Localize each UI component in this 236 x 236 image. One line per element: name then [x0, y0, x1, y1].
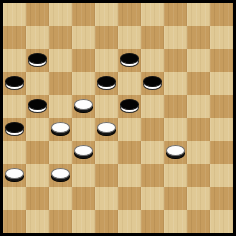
square-25[interactable] [210, 95, 233, 118]
square-49[interactable] [141, 210, 164, 233]
light-square [26, 72, 49, 95]
black-piece[interactable] [120, 99, 139, 114]
light-square [141, 141, 164, 164]
light-square [187, 95, 210, 118]
square-40[interactable] [187, 164, 210, 187]
piece-top [97, 76, 116, 87]
light-square [72, 72, 95, 95]
square-20[interactable] [187, 72, 210, 95]
light-square [49, 49, 72, 72]
square-13[interactable] [118, 49, 141, 72]
square-17[interactable] [49, 72, 72, 95]
piece-top [97, 122, 116, 133]
square-41[interactable] [26, 187, 49, 210]
square-34[interactable] [164, 141, 187, 164]
black-piece[interactable] [28, 53, 47, 68]
square-48[interactable] [95, 210, 118, 233]
square-32[interactable] [72, 141, 95, 164]
light-square [187, 3, 210, 26]
square-8[interactable] [95, 26, 118, 49]
piece-top [74, 99, 93, 110]
white-piece[interactable] [74, 145, 93, 160]
light-square [49, 141, 72, 164]
light-square [210, 118, 233, 141]
light-square [187, 49, 210, 72]
square-3[interactable] [118, 3, 141, 26]
light-square [141, 49, 164, 72]
square-4[interactable] [164, 3, 187, 26]
light-square [95, 187, 118, 210]
piece-top [28, 99, 47, 110]
board-frame [0, 0, 236, 236]
square-12[interactable] [72, 49, 95, 72]
light-square [187, 187, 210, 210]
piece-top [51, 122, 70, 133]
square-47[interactable] [49, 210, 72, 233]
light-square [141, 95, 164, 118]
light-square [210, 164, 233, 187]
square-24[interactable] [164, 95, 187, 118]
light-square [72, 210, 95, 233]
light-square [118, 118, 141, 141]
light-square [72, 164, 95, 187]
piece-top [28, 53, 47, 64]
white-piece[interactable] [166, 145, 185, 160]
black-piece[interactable] [5, 122, 24, 137]
light-square [49, 95, 72, 118]
square-37[interactable] [49, 164, 72, 187]
white-piece[interactable] [5, 168, 24, 183]
black-piece[interactable] [143, 76, 162, 91]
light-square [3, 141, 26, 164]
light-square [26, 210, 49, 233]
square-7[interactable] [49, 26, 72, 49]
square-2[interactable] [72, 3, 95, 26]
light-square [164, 164, 187, 187]
light-square [164, 26, 187, 49]
square-36[interactable] [3, 164, 26, 187]
black-piece[interactable] [120, 53, 139, 68]
square-33[interactable] [118, 141, 141, 164]
piece-top [120, 53, 139, 64]
light-square [164, 118, 187, 141]
white-piece[interactable] [74, 99, 93, 114]
square-45[interactable] [210, 187, 233, 210]
light-square [3, 95, 26, 118]
square-46[interactable] [3, 210, 26, 233]
square-43[interactable] [118, 187, 141, 210]
square-27[interactable] [49, 118, 72, 141]
light-square [210, 26, 233, 49]
square-14[interactable] [164, 49, 187, 72]
square-50[interactable] [187, 210, 210, 233]
light-square [95, 95, 118, 118]
light-square [164, 72, 187, 95]
light-square [3, 3, 26, 26]
square-6[interactable] [3, 26, 26, 49]
light-square [95, 141, 118, 164]
square-11[interactable] [26, 49, 49, 72]
piece-top [166, 145, 185, 156]
black-piece[interactable] [28, 99, 47, 114]
white-piece[interactable] [97, 122, 116, 137]
light-square [210, 72, 233, 95]
light-square [141, 3, 164, 26]
light-square [141, 187, 164, 210]
light-square [118, 26, 141, 49]
light-square [26, 118, 49, 141]
light-square [118, 210, 141, 233]
square-23[interactable] [118, 95, 141, 118]
white-piece[interactable] [51, 168, 70, 183]
square-42[interactable] [72, 187, 95, 210]
square-44[interactable] [164, 187, 187, 210]
light-square [164, 210, 187, 233]
light-square [72, 118, 95, 141]
light-square [118, 72, 141, 95]
square-39[interactable] [141, 164, 164, 187]
piece-top [5, 76, 24, 87]
light-square [95, 3, 118, 26]
square-10[interactable] [187, 26, 210, 49]
square-21[interactable] [26, 95, 49, 118]
light-square [95, 49, 118, 72]
square-5[interactable] [210, 3, 233, 26]
white-piece[interactable] [51, 122, 70, 137]
square-9[interactable] [141, 26, 164, 49]
square-38[interactable] [95, 164, 118, 187]
light-square [26, 164, 49, 187]
square-15[interactable] [210, 49, 233, 72]
light-square [210, 210, 233, 233]
light-square [49, 187, 72, 210]
square-31[interactable] [26, 141, 49, 164]
light-square [26, 26, 49, 49]
square-30[interactable] [187, 118, 210, 141]
black-piece[interactable] [5, 76, 24, 91]
light-square [72, 26, 95, 49]
square-29[interactable] [141, 118, 164, 141]
square-1[interactable] [26, 3, 49, 26]
square-18[interactable] [95, 72, 118, 95]
black-piece[interactable] [97, 76, 116, 91]
piece-top [5, 122, 24, 133]
piece-top [51, 168, 70, 179]
light-square [118, 164, 141, 187]
piece-top [5, 168, 24, 179]
square-19[interactable] [141, 72, 164, 95]
square-35[interactable] [210, 141, 233, 164]
piece-top [74, 145, 93, 156]
board [3, 3, 233, 233]
square-28[interactable] [95, 118, 118, 141]
piece-top [120, 99, 139, 110]
square-16[interactable] [3, 72, 26, 95]
light-square [3, 49, 26, 72]
light-square [49, 3, 72, 26]
piece-top [143, 76, 162, 87]
square-22[interactable] [72, 95, 95, 118]
square-26[interactable] [3, 118, 26, 141]
light-square [3, 187, 26, 210]
light-square [187, 141, 210, 164]
